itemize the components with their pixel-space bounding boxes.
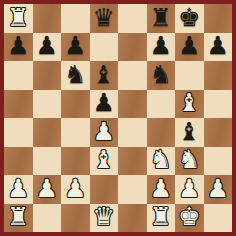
white-bishop[interactable]: ♝ — [93, 147, 115, 172]
square-e6[interactable] — [118, 61, 147, 90]
white-rook[interactable]: ♜ — [150, 204, 172, 229]
square-h3[interactable] — [204, 147, 233, 176]
black-pawn[interactable]: ♟ — [64, 33, 86, 58]
square-e2[interactable] — [118, 175, 147, 204]
white-rook[interactable]: ♜ — [7, 5, 29, 30]
square-h6[interactable] — [204, 61, 233, 90]
square-f3[interactable]: ♞ — [147, 147, 176, 176]
square-e3[interactable] — [118, 147, 147, 176]
square-d3[interactable]: ♝ — [90, 147, 119, 176]
black-bishop[interactable]: ♝ — [93, 62, 115, 87]
black-pawn[interactable]: ♟ — [150, 33, 172, 58]
square-d8[interactable]: ♛ — [90, 4, 119, 33]
square-c2[interactable]: ♟ — [61, 175, 90, 204]
square-b6[interactable] — [33, 61, 62, 90]
square-f4[interactable] — [147, 118, 176, 147]
square-a1[interactable]: ♜ — [4, 204, 33, 233]
white-knight[interactable]: ♞ — [150, 147, 172, 172]
square-h1[interactable] — [204, 204, 233, 233]
square-h4[interactable] — [204, 118, 233, 147]
square-c3[interactable] — [61, 147, 90, 176]
white-pawn[interactable]: ♟ — [7, 176, 29, 201]
square-e1[interactable] — [118, 204, 147, 233]
square-a8[interactable]: ♜ — [4, 4, 33, 33]
square-b2[interactable]: ♟ — [33, 175, 62, 204]
white-pawn[interactable]: ♟ — [93, 119, 115, 144]
square-b1[interactable] — [33, 204, 62, 233]
black-pawn[interactable]: ♟ — [36, 33, 58, 58]
square-f8[interactable]: ♜ — [147, 4, 176, 33]
square-g5[interactable]: ♝ — [175, 90, 204, 119]
square-e7[interactable] — [118, 33, 147, 62]
square-f2[interactable]: ♟ — [147, 175, 176, 204]
square-h8[interactable] — [204, 4, 233, 33]
square-d1[interactable]: ♛ — [90, 204, 119, 233]
white-pawn[interactable]: ♟ — [207, 176, 229, 201]
square-f5[interactable] — [147, 90, 176, 119]
square-a7[interactable]: ♟ — [4, 33, 33, 62]
square-c4[interactable] — [61, 118, 90, 147]
square-b8[interactable] — [33, 4, 62, 33]
black-pawn[interactable]: ♟ — [207, 33, 229, 58]
square-c8[interactable] — [61, 4, 90, 33]
square-c1[interactable] — [61, 204, 90, 233]
square-g6[interactable] — [175, 61, 204, 90]
white-pawn[interactable]: ♟ — [178, 176, 200, 201]
square-b7[interactable]: ♟ — [33, 33, 62, 62]
white-knight[interactable]: ♞ — [178, 147, 200, 172]
chess-board: ♜♛♜♚♟♟♟♟♟♟♞♝♞♟♝♟♝♝♞♞♟♟♟♟♟♟♜♛♜♚ — [0, 0, 236, 236]
white-pawn[interactable]: ♟ — [36, 176, 58, 201]
square-a3[interactable] — [4, 147, 33, 176]
square-b5[interactable] — [33, 90, 62, 119]
square-d5[interactable]: ♟ — [90, 90, 119, 119]
square-f6[interactable]: ♞ — [147, 61, 176, 90]
square-e4[interactable] — [118, 118, 147, 147]
black-pawn[interactable]: ♟ — [7, 33, 29, 58]
square-h7[interactable]: ♟ — [204, 33, 233, 62]
square-d2[interactable] — [90, 175, 119, 204]
square-b4[interactable] — [33, 118, 62, 147]
square-h5[interactable] — [204, 90, 233, 119]
black-bishop[interactable]: ♝ — [178, 119, 200, 144]
square-e8[interactable] — [118, 4, 147, 33]
white-queen[interactable]: ♛ — [93, 204, 115, 229]
square-f1[interactable]: ♜ — [147, 204, 176, 233]
square-a4[interactable] — [4, 118, 33, 147]
black-rook[interactable]: ♜ — [150, 5, 172, 30]
square-g8[interactable]: ♚ — [175, 4, 204, 33]
white-bishop[interactable]: ♝ — [178, 90, 200, 115]
square-a6[interactable] — [4, 61, 33, 90]
square-d4[interactable]: ♟ — [90, 118, 119, 147]
white-pawn[interactable]: ♟ — [150, 176, 172, 201]
square-g1[interactable]: ♚ — [175, 204, 204, 233]
square-g3[interactable]: ♞ — [175, 147, 204, 176]
black-queen[interactable]: ♛ — [93, 5, 115, 30]
black-pawn[interactable]: ♟ — [178, 33, 200, 58]
square-d7[interactable] — [90, 33, 119, 62]
square-g4[interactable]: ♝ — [175, 118, 204, 147]
square-h2[interactable]: ♟ — [204, 175, 233, 204]
square-a5[interactable] — [4, 90, 33, 119]
square-a2[interactable]: ♟ — [4, 175, 33, 204]
white-pawn[interactable]: ♟ — [64, 176, 86, 201]
black-pawn[interactable]: ♟ — [93, 90, 115, 115]
square-e5[interactable] — [118, 90, 147, 119]
square-f7[interactable]: ♟ — [147, 33, 176, 62]
black-knight[interactable]: ♞ — [150, 62, 172, 87]
black-knight[interactable]: ♞ — [64, 62, 86, 87]
square-d6[interactable]: ♝ — [90, 61, 119, 90]
square-c5[interactable] — [61, 90, 90, 119]
square-c6[interactable]: ♞ — [61, 61, 90, 90]
white-rook[interactable]: ♜ — [7, 204, 29, 229]
square-g7[interactable]: ♟ — [175, 33, 204, 62]
square-b3[interactable] — [33, 147, 62, 176]
square-g2[interactable]: ♟ — [175, 175, 204, 204]
black-king[interactable]: ♚ — [178, 5, 200, 30]
white-king[interactable]: ♚ — [178, 204, 200, 229]
square-c7[interactable]: ♟ — [61, 33, 90, 62]
